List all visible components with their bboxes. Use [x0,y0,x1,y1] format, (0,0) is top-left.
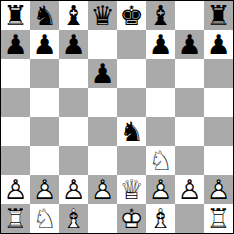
white-rook-h1[interactable]: ♜♖ [204,204,233,233]
square-b1[interactable]: ♞♘ [30,204,59,233]
black-piece-glyph: ♟ [148,30,172,57]
square-d1[interactable] [88,204,117,233]
square-h6[interactable] [204,59,233,88]
black-piece-glyph: ♞ [119,117,143,144]
square-f6[interactable] [146,59,175,88]
black-pawn-f7[interactable]: ♟ [146,30,175,59]
square-e1[interactable]: ♚♔ [117,204,146,233]
white-queen-e2[interactable]: ♛♕ [117,175,146,204]
white-piece-outline-glyph: ♙ [148,175,172,202]
square-g7[interactable]: ♟ [175,30,204,59]
black-piece-glyph: ♝ [148,1,172,28]
square-d8[interactable]: ♛ [88,1,117,30]
square-c8[interactable]: ♝ [59,1,88,30]
square-e6[interactable] [117,59,146,88]
white-piece-outline-glyph: ♘ [148,146,172,173]
square-g8[interactable] [175,1,204,30]
black-queen-d8[interactable]: ♛ [88,1,117,30]
square-h5[interactable] [204,88,233,117]
black-piece-glyph: ♟ [3,30,27,57]
white-rook-a1[interactable]: ♜♖ [1,204,30,233]
square-a8[interactable]: ♜ [1,1,30,30]
black-bishop-f8[interactable]: ♝ [146,1,175,30]
black-piece-glyph: ♟ [90,59,114,86]
black-piece-glyph: ♜ [206,1,230,28]
square-f7[interactable]: ♟ [146,30,175,59]
black-piece-glyph: ♛ [90,1,114,28]
white-knight-f3[interactable]: ♞♘ [146,146,175,175]
black-bishop-c8[interactable]: ♝ [59,1,88,30]
black-pawn-c7[interactable]: ♟ [59,30,88,59]
black-pawn-a7[interactable]: ♟ [1,30,30,59]
square-a2[interactable]: ♟♙ [1,175,30,204]
square-h3[interactable] [204,146,233,175]
square-e3[interactable] [117,146,146,175]
square-b5[interactable] [30,88,59,117]
black-pawn-h7[interactable]: ♟ [204,30,233,59]
square-c2[interactable]: ♟♙ [59,175,88,204]
black-piece-glyph: ♜ [3,1,27,28]
square-a3[interactable] [1,146,30,175]
white-piece-outline-glyph: ♔ [119,204,143,231]
square-h1[interactable]: ♜♖ [204,204,233,233]
square-d2[interactable]: ♟♙ [88,175,117,204]
white-piece-outline-glyph: ♙ [206,175,230,202]
square-g5[interactable] [175,88,204,117]
square-b7[interactable]: ♟ [30,30,59,59]
square-e4[interactable]: ♞ [117,117,146,146]
black-piece-glyph: ♚ [119,1,143,28]
square-a1[interactable]: ♜♖ [1,204,30,233]
black-piece-glyph: ♝ [61,1,85,28]
white-knight-b1[interactable]: ♞♘ [30,204,59,233]
white-pawn-g2[interactable]: ♟♙ [175,175,204,204]
black-piece-glyph: ♟ [32,30,56,57]
square-a4[interactable] [1,117,30,146]
black-pawn-b7[interactable]: ♟ [30,30,59,59]
white-king-e1[interactable]: ♚♔ [117,204,146,233]
white-piece-outline-glyph: ♘ [32,204,56,231]
square-e2[interactable]: ♛♕ [117,175,146,204]
white-pawn-c2[interactable]: ♟♙ [59,175,88,204]
black-knight-b8[interactable]: ♞ [30,1,59,30]
white-piece-outline-glyph: ♙ [32,175,56,202]
chess-board: ♜♞♝♛♚♝♜♟♟♟♟♟♟♟♞♞♘♟♙♟♙♟♙♟♙♛♕♟♙♟♙♟♙♜♖♞♘♝♗♚… [0,0,234,234]
square-h2[interactable]: ♟♙ [204,175,233,204]
square-b6[interactable] [30,59,59,88]
white-piece-outline-glyph: ♙ [90,175,114,202]
white-pawn-d2[interactable]: ♟♙ [88,175,117,204]
square-d6[interactable]: ♟ [88,59,117,88]
square-h7[interactable]: ♟ [204,30,233,59]
square-f3[interactable]: ♞♘ [146,146,175,175]
white-pawn-b2[interactable]: ♟♙ [30,175,59,204]
square-f1[interactable]: ♝♗ [146,204,175,233]
black-rook-h8[interactable]: ♜ [204,1,233,30]
black-piece-glyph: ♟ [177,30,201,57]
square-b4[interactable] [30,117,59,146]
square-c3[interactable] [59,146,88,175]
square-e5[interactable] [117,88,146,117]
square-d4[interactable] [88,117,117,146]
white-pawn-a2[interactable]: ♟♙ [1,175,30,204]
square-g4[interactable] [175,117,204,146]
square-h4[interactable] [204,117,233,146]
white-piece-outline-glyph: ♕ [119,175,143,202]
white-piece-outline-glyph: ♙ [3,175,27,202]
square-e7[interactable] [117,30,146,59]
square-b3[interactable] [30,146,59,175]
white-piece-outline-glyph: ♙ [177,175,201,202]
square-c5[interactable] [59,88,88,117]
black-piece-glyph: ♟ [61,30,85,57]
square-b2[interactable]: ♟♙ [30,175,59,204]
square-c1[interactable]: ♝♗ [59,204,88,233]
square-f4[interactable] [146,117,175,146]
square-d3[interactable] [88,146,117,175]
black-pawn-d6[interactable]: ♟ [88,59,117,88]
white-pawn-f2[interactable]: ♟♙ [146,175,175,204]
square-a6[interactable] [1,59,30,88]
white-piece-outline-glyph: ♗ [61,204,85,231]
square-f8[interactable]: ♝ [146,1,175,30]
black-rook-a8[interactable]: ♜ [1,1,30,30]
black-knight-e4[interactable]: ♞ [117,117,146,146]
square-b8[interactable]: ♞ [30,1,59,30]
square-f2[interactable]: ♟♙ [146,175,175,204]
white-piece-outline-glyph: ♖ [3,204,27,231]
square-h8[interactable]: ♜ [204,1,233,30]
square-c7[interactable]: ♟ [59,30,88,59]
square-f5[interactable] [146,88,175,117]
white-piece-outline-glyph: ♙ [61,175,85,202]
square-g6[interactable] [175,59,204,88]
square-g1[interactable] [175,204,204,233]
white-piece-outline-glyph: ♗ [148,204,172,231]
square-d7[interactable] [88,30,117,59]
square-c6[interactable] [59,59,88,88]
black-piece-glyph: ♞ [32,1,56,28]
black-pawn-g7[interactable]: ♟ [175,30,204,59]
white-pawn-h2[interactable]: ♟♙ [204,175,233,204]
square-g2[interactable]: ♟♙ [175,175,204,204]
square-c4[interactable] [59,117,88,146]
white-bishop-c1[interactable]: ♝♗ [59,204,88,233]
square-e8[interactable]: ♚ [117,1,146,30]
square-d5[interactable] [88,88,117,117]
white-bishop-f1[interactable]: ♝♗ [146,204,175,233]
square-a7[interactable]: ♟ [1,30,30,59]
black-king-e8[interactable]: ♚ [117,1,146,30]
black-piece-glyph: ♟ [206,30,230,57]
square-a5[interactable] [1,88,30,117]
white-piece-outline-glyph: ♖ [206,204,230,231]
square-g3[interactable] [175,146,204,175]
